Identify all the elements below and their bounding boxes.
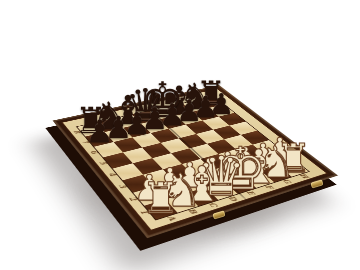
- board-scene: 87654321 HGFEDCBA: [77, 34, 302, 259]
- board-border-band: 87654321 HGFEDCBA: [62, 89, 328, 231]
- chess-set-photo: 87654321 HGFEDCBA ♜♞♝♛♚♝♞♜♟♟♟♟♟♟♟♟♟♟♟♟♟♟…: [0, 0, 360, 270]
- board-tilt-wrapper: 87654321 HGFEDCBA: [77, 34, 302, 259]
- board-grid: [76, 96, 310, 221]
